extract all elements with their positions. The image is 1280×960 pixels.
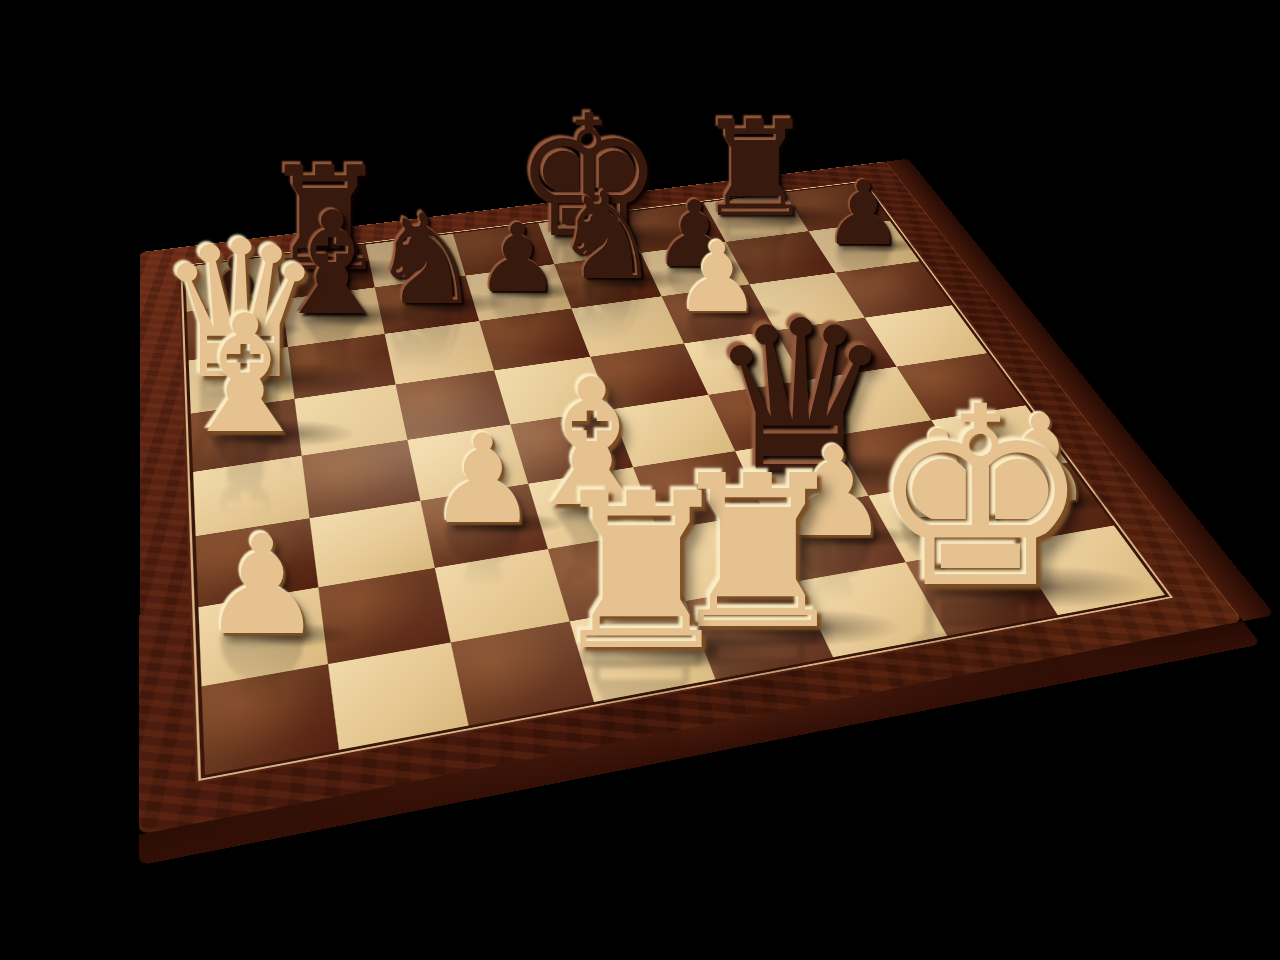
pawn-icon: ♟ [823,169,903,258]
pawn-icon: ♟ [200,517,323,654]
king-icon: ♚ [869,375,1092,623]
chess-scene: ♜♜♚♚♜♜♟♟♝♝♞♞♟♟♞♞♟♟♟♟♛♛♟♟♝♝♛♛♟♟♝♝♟♟♟♟♟♟♟♟… [0,0,1280,960]
bishop-icon: ♝ [172,295,318,457]
pawn-icon: ♟ [428,419,538,542]
knight-icon: ♞ [553,176,662,297]
rook-icon: ♜ [545,465,738,680]
